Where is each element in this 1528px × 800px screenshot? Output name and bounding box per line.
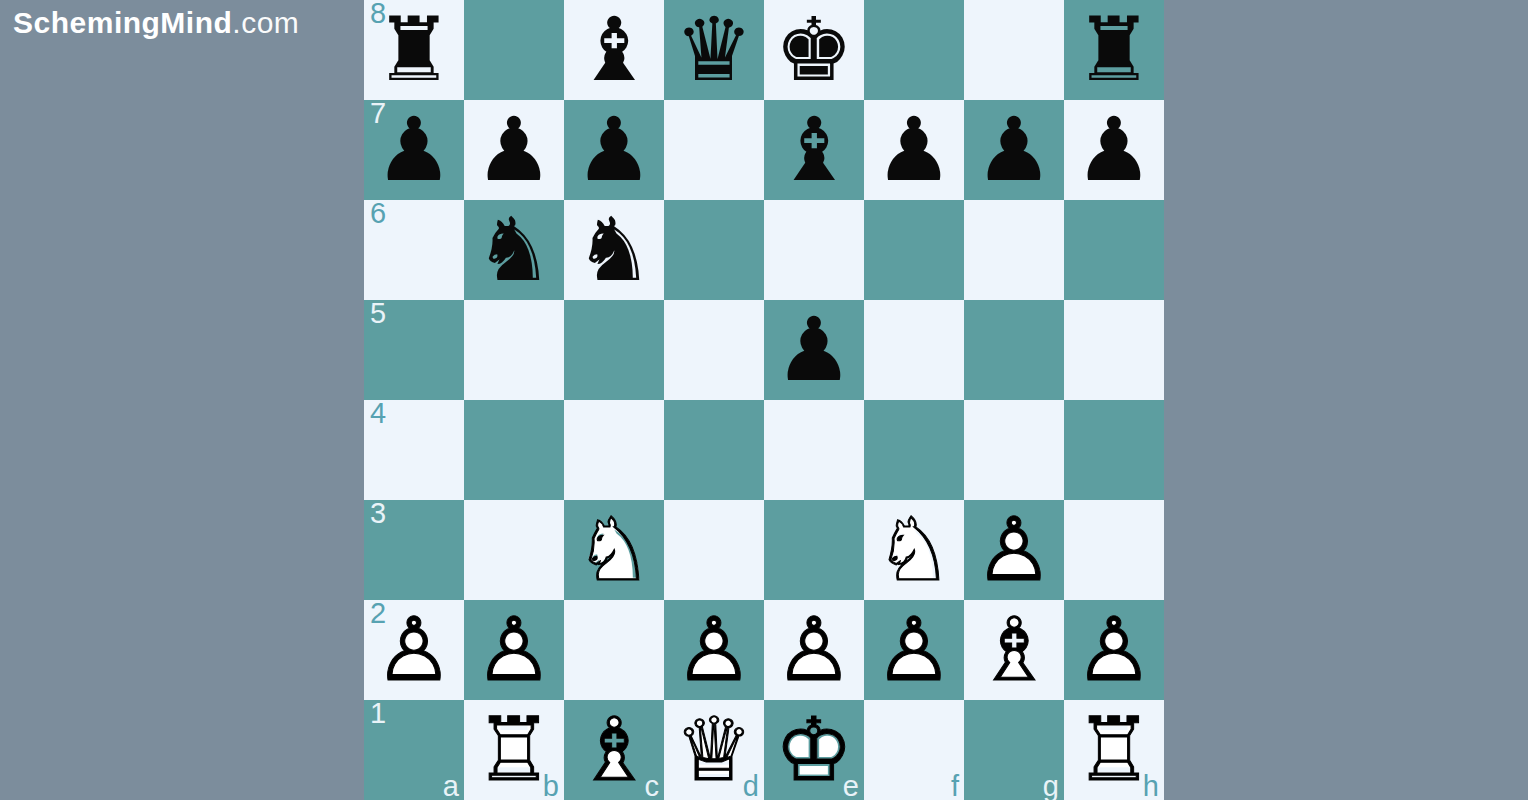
site-logo-brand: SchemingMind <box>13 6 232 39</box>
square-d7[interactable] <box>664 100 764 200</box>
piece-black-pawn[interactable]: ♟ <box>764 300 864 400</box>
square-e3[interactable] <box>764 500 864 600</box>
piece-white-bishop[interactable]: ♝♗ <box>564 700 664 800</box>
square-b8[interactable] <box>464 0 564 100</box>
square-c7[interactable]: ♟ <box>564 100 664 200</box>
black-pawn-icon: ♟ <box>764 300 864 400</box>
piece-black-bishop[interactable]: ♝ <box>764 100 864 200</box>
square-c1[interactable]: c♝♗ <box>564 700 664 800</box>
square-b3[interactable] <box>464 500 564 600</box>
square-b7[interactable]: ♟ <box>464 100 564 200</box>
square-c6[interactable]: ♞ <box>564 200 664 300</box>
square-h2[interactable]: ♟♙ <box>1064 600 1164 700</box>
square-f1[interactable]: f <box>864 700 964 800</box>
black-pawn-icon: ♟ <box>964 100 1064 200</box>
piece-white-pawn[interactable]: ♟♙ <box>464 600 564 700</box>
square-g3[interactable]: ♟♙ <box>964 500 1064 600</box>
square-h8[interactable]: ♜ <box>1064 0 1164 100</box>
black-rook-icon: ♜ <box>1064 0 1164 100</box>
piece-black-pawn[interactable]: ♟ <box>964 100 1064 200</box>
piece-white-pawn[interactable]: ♟♙ <box>764 600 864 700</box>
square-d4[interactable] <box>664 400 764 500</box>
piece-white-bishop[interactable]: ♝♗ <box>964 600 1064 700</box>
square-a4[interactable]: 4 <box>364 400 464 500</box>
piece-black-king[interactable]: ♚ <box>764 0 864 100</box>
square-e5[interactable]: ♟ <box>764 300 864 400</box>
square-d8[interactable]: ♛ <box>664 0 764 100</box>
white-rook-icon: ♖ <box>1064 700 1164 800</box>
square-b2[interactable]: ♟♙ <box>464 600 564 700</box>
square-f3[interactable]: ♞♘ <box>864 500 964 600</box>
white-bishop-icon: ♗ <box>564 700 664 800</box>
black-king-icon: ♚ <box>764 0 864 100</box>
file-label-a: a <box>443 771 459 800</box>
rank-label-5: 5 <box>370 298 386 330</box>
square-h1[interactable]: h♜♖ <box>1064 700 1164 800</box>
piece-white-pawn[interactable]: ♟♙ <box>1064 600 1164 700</box>
black-pawn-icon: ♟ <box>464 100 564 200</box>
square-b6[interactable]: ♞ <box>464 200 564 300</box>
square-g5[interactable] <box>964 300 1064 400</box>
white-knight-icon: ♘ <box>564 500 664 600</box>
white-queen-icon: ♕ <box>664 700 764 800</box>
square-a3[interactable]: 3 <box>364 500 464 600</box>
square-f6[interactable] <box>864 200 964 300</box>
piece-black-pawn[interactable]: ♟ <box>864 100 964 200</box>
white-pawn-icon: ♙ <box>864 600 964 700</box>
square-h6[interactable] <box>1064 200 1164 300</box>
square-a6[interactable]: 6 <box>364 200 464 300</box>
square-f7[interactable]: ♟ <box>864 100 964 200</box>
chess-board: 8♜♝♛♚♜7♟♟♟♝♟♟♟6♞♞5♟43♞♘♞♘♟♙2♟♙♟♙♟♙♟♙♟♙♝♗… <box>364 0 1164 800</box>
piece-white-king[interactable]: ♚♔ <box>764 700 864 800</box>
square-e8[interactable]: ♚ <box>764 0 864 100</box>
piece-black-pawn[interactable]: ♟ <box>564 100 664 200</box>
square-a7[interactable]: 7♟ <box>364 100 464 200</box>
white-pawn-icon: ♙ <box>964 500 1064 600</box>
square-d1[interactable]: d♛♕ <box>664 700 764 800</box>
black-bishop-icon: ♝ <box>764 100 864 200</box>
black-knight-icon: ♞ <box>564 200 664 300</box>
file-label-g: g <box>1043 771 1059 800</box>
white-king-icon: ♔ <box>764 700 864 800</box>
square-f5[interactable] <box>864 300 964 400</box>
piece-black-queen[interactable]: ♛ <box>664 0 764 100</box>
piece-white-rook[interactable]: ♜♖ <box>1064 700 1164 800</box>
square-e2[interactable]: ♟♙ <box>764 600 864 700</box>
black-pawn-icon: ♟ <box>564 100 664 200</box>
square-e6[interactable] <box>764 200 864 300</box>
site-logo[interactable]: SchemingMind.com <box>13 6 299 40</box>
black-knight-icon: ♞ <box>464 200 564 300</box>
square-d5[interactable] <box>664 300 764 400</box>
square-c2[interactable] <box>564 600 664 700</box>
square-a2[interactable]: 2♟♙ <box>364 600 464 700</box>
file-label-f: f <box>951 771 959 800</box>
rank-label-4: 4 <box>370 398 386 430</box>
white-pawn-icon: ♙ <box>664 600 764 700</box>
page: SchemingMind.com 8♜♝♛♚♜7♟♟♟♝♟♟♟6♞♞5♟43♞♘… <box>0 0 1528 800</box>
piece-black-knight[interactable]: ♞ <box>464 200 564 300</box>
square-a5[interactable]: 5 <box>364 300 464 400</box>
square-a8[interactable]: 8♜ <box>364 0 464 100</box>
square-c3[interactable]: ♞♘ <box>564 500 664 600</box>
square-c8[interactable]: ♝ <box>564 0 664 100</box>
square-d3[interactable] <box>664 500 764 600</box>
piece-white-pawn[interactable]: ♟♙ <box>364 600 464 700</box>
square-e4[interactable] <box>764 400 864 500</box>
square-d2[interactable]: ♟♙ <box>664 600 764 700</box>
white-knight-icon: ♘ <box>864 500 964 600</box>
piece-white-rook[interactable]: ♜♖ <box>464 700 564 800</box>
piece-black-pawn[interactable]: ♟ <box>364 100 464 200</box>
rank-label-6: 6 <box>370 198 386 230</box>
piece-black-rook[interactable]: ♜ <box>1064 0 1164 100</box>
square-b1[interactable]: b♜♖ <box>464 700 564 800</box>
square-g6[interactable] <box>964 200 1064 300</box>
white-rook-icon: ♖ <box>464 700 564 800</box>
piece-black-bishop[interactable]: ♝ <box>564 0 664 100</box>
square-e1[interactable]: e♚♔ <box>764 700 864 800</box>
rank-label-3: 3 <box>370 498 386 530</box>
piece-white-knight[interactable]: ♞♘ <box>864 500 964 600</box>
square-e7[interactable]: ♝ <box>764 100 864 200</box>
square-h4[interactable] <box>1064 400 1164 500</box>
square-h7[interactable]: ♟ <box>1064 100 1164 200</box>
square-g7[interactable]: ♟ <box>964 100 1064 200</box>
white-bishop-icon: ♗ <box>964 600 1064 700</box>
black-rook-icon: ♜ <box>364 0 464 100</box>
square-f8[interactable] <box>864 0 964 100</box>
square-h3[interactable] <box>1064 500 1164 600</box>
white-pawn-icon: ♙ <box>464 600 564 700</box>
white-pawn-icon: ♙ <box>1064 600 1164 700</box>
piece-black-rook[interactable]: ♜ <box>364 0 464 100</box>
piece-black-knight[interactable]: ♞ <box>564 200 664 300</box>
square-c5[interactable] <box>564 300 664 400</box>
black-bishop-icon: ♝ <box>564 0 664 100</box>
square-g1[interactable]: g <box>964 700 1064 800</box>
black-pawn-icon: ♟ <box>864 100 964 200</box>
piece-white-pawn[interactable]: ♟♙ <box>864 600 964 700</box>
piece-white-knight[interactable]: ♞♘ <box>564 500 664 600</box>
square-a1[interactable]: 1a <box>364 700 464 800</box>
piece-black-pawn[interactable]: ♟ <box>464 100 564 200</box>
square-b5[interactable] <box>464 300 564 400</box>
square-g2[interactable]: ♝♗ <box>964 600 1064 700</box>
black-pawn-icon: ♟ <box>364 100 464 200</box>
square-g8[interactable] <box>964 0 1064 100</box>
black-queen-icon: ♛ <box>664 0 764 100</box>
square-b4[interactable] <box>464 400 564 500</box>
black-pawn-icon: ♟ <box>1064 100 1164 200</box>
square-f2[interactable]: ♟♙ <box>864 600 964 700</box>
square-c4[interactable] <box>564 400 664 500</box>
white-pawn-icon: ♙ <box>764 600 864 700</box>
rank-label-1: 1 <box>370 698 386 730</box>
white-pawn-icon: ♙ <box>364 600 464 700</box>
piece-white-pawn[interactable]: ♟♙ <box>664 600 764 700</box>
piece-white-pawn[interactable]: ♟♙ <box>964 500 1064 600</box>
square-d6[interactable] <box>664 200 764 300</box>
piece-white-queen[interactable]: ♛♕ <box>664 700 764 800</box>
square-g4[interactable] <box>964 400 1064 500</box>
site-logo-suffix: .com <box>232 6 299 39</box>
square-h5[interactable] <box>1064 300 1164 400</box>
square-f4[interactable] <box>864 400 964 500</box>
piece-black-pawn[interactable]: ♟ <box>1064 100 1164 200</box>
